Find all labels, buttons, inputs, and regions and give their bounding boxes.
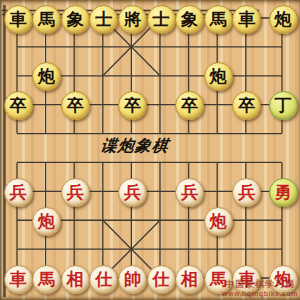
- piece-炮-red[interactable]: 炮: [204, 207, 233, 236]
- piece-將-black[interactable]: 將: [118, 5, 147, 34]
- piece-車-red[interactable]: 車: [232, 265, 261, 294]
- piece-馬-red[interactable]: 馬: [32, 265, 61, 294]
- piece-象-black[interactable]: 象: [175, 5, 204, 34]
- piece-仕-red[interactable]: 仕: [147, 265, 176, 294]
- piece-丁-black[interactable]: 丁: [269, 91, 298, 120]
- piece-兵-red[interactable]: 兵: [232, 178, 261, 207]
- piece-馬-black[interactable]: 馬: [32, 5, 61, 34]
- piece-卒-black[interactable]: 卒: [4, 91, 33, 120]
- piece-仕-red[interactable]: 仕: [89, 265, 118, 294]
- piece-炮-black[interactable]: 炮: [269, 5, 298, 34]
- piece-士-black[interactable]: 士: [89, 5, 118, 34]
- piece-士-black[interactable]: 士: [147, 5, 176, 34]
- piece-卒-black[interactable]: 卒: [175, 91, 204, 120]
- piece-卒-black[interactable]: 卒: [118, 91, 147, 120]
- piece-卒-black[interactable]: 卒: [61, 91, 90, 120]
- piece-卒-black[interactable]: 卒: [232, 91, 261, 120]
- piece-帥-red[interactable]: 帥: [118, 265, 147, 294]
- piece-相-red[interactable]: 相: [175, 265, 204, 294]
- piece-車-black[interactable]: 車: [4, 5, 33, 34]
- piece-炮-red[interactable]: 炮: [269, 265, 298, 294]
- piece-炮-black[interactable]: 炮: [204, 62, 233, 91]
- piece-炮-black[interactable]: 炮: [32, 62, 61, 91]
- xiangqi-board[interactable]: 車馬象士將士象馬車炮炮炮卒卒卒卒卒丁兵兵兵兵兵勇炮炮車馬相仕帥仕相馬車炮: [0, 0, 300, 300]
- piece-勇-red[interactable]: 勇: [269, 178, 298, 207]
- piece-兵-red[interactable]: 兵: [118, 178, 147, 207]
- piece-車-red[interactable]: 車: [4, 265, 33, 294]
- piece-馬-black[interactable]: 馬: [204, 5, 233, 34]
- piece-馬-red[interactable]: 馬: [204, 265, 233, 294]
- piece-兵-red[interactable]: 兵: [61, 178, 90, 207]
- xiangqi-app-screen: 谍炮象棋 車馬象士將士象馬車炮炮炮卒卒卒卒卒丁兵兵兵兵兵勇炮炮車馬相仕帥仕相馬車…: [0, 0, 300, 300]
- piece-炮-red[interactable]: 炮: [32, 207, 61, 236]
- piece-車-black[interactable]: 車: [232, 5, 261, 34]
- piece-兵-red[interactable]: 兵: [175, 178, 204, 207]
- piece-兵-red[interactable]: 兵: [4, 178, 33, 207]
- piece-象-black[interactable]: 象: [61, 5, 90, 34]
- piece-相-red[interactable]: 相: [61, 265, 90, 294]
